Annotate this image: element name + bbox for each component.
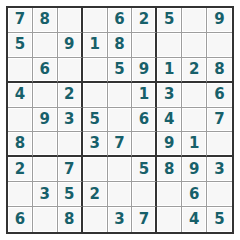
cell-r9c7[interactable]	[157, 207, 182, 232]
cell-r7c4[interactable]	[83, 157, 108, 182]
cell-r8c9[interactable]	[207, 182, 232, 207]
cell-r2c6[interactable]	[132, 33, 157, 58]
cell-r6c1[interactable]: 8	[8, 132, 33, 157]
cell-r4c8[interactable]	[182, 83, 207, 108]
cell-r5c1[interactable]	[8, 108, 33, 133]
cell-r6c2[interactable]	[33, 132, 58, 157]
cell-r3c4[interactable]	[83, 58, 108, 83]
cell-r6c6[interactable]	[132, 132, 157, 157]
cell-r8c8[interactable]: 6	[182, 182, 207, 207]
cell-r3c2[interactable]: 6	[33, 58, 58, 83]
cell-r4c1[interactable]: 4	[8, 83, 33, 108]
cell-r5c6[interactable]: 6	[132, 108, 157, 133]
cell-r7c5[interactable]	[108, 157, 133, 182]
cell-r1c8[interactable]	[182, 8, 207, 33]
cell-r6c3[interactable]	[58, 132, 83, 157]
sudoku-board: 7862595918659128421369356478379127589335…	[6, 6, 234, 234]
cell-r6c7[interactable]: 9	[157, 132, 182, 157]
cell-r5c2[interactable]: 9	[33, 108, 58, 133]
cell-r7c8[interactable]: 9	[182, 157, 207, 182]
cell-r3c9[interactable]: 8	[207, 58, 232, 83]
cell-r9c9[interactable]: 5	[207, 207, 232, 232]
cell-r1c1[interactable]: 7	[8, 8, 33, 33]
cell-r3c3[interactable]	[58, 58, 83, 83]
cell-r8c6[interactable]	[132, 182, 157, 207]
cell-r5c7[interactable]: 4	[157, 108, 182, 133]
cell-r1c5[interactable]: 6	[108, 8, 133, 33]
cell-r6c9[interactable]	[207, 132, 232, 157]
cell-r3c1[interactable]	[8, 58, 33, 83]
cell-r9c2[interactable]	[33, 207, 58, 232]
cell-r1c3[interactable]	[58, 8, 83, 33]
cell-r8c4[interactable]: 2	[83, 182, 108, 207]
cell-r9c6[interactable]: 7	[132, 207, 157, 232]
cell-r6c8[interactable]: 1	[182, 132, 207, 157]
cell-r6c4[interactable]: 3	[83, 132, 108, 157]
cell-r8c7[interactable]	[157, 182, 182, 207]
cell-r2c5[interactable]: 8	[108, 33, 133, 58]
cell-r4c4[interactable]	[83, 83, 108, 108]
cell-r9c5[interactable]: 3	[108, 207, 133, 232]
cell-r2c8[interactable]	[182, 33, 207, 58]
cell-r4c3[interactable]: 2	[58, 83, 83, 108]
cell-r4c9[interactable]: 6	[207, 83, 232, 108]
cell-r8c3[interactable]: 5	[58, 182, 83, 207]
cell-r8c5[interactable]	[108, 182, 133, 207]
cell-r3c5[interactable]: 5	[108, 58, 133, 83]
cell-r5c4[interactable]: 5	[83, 108, 108, 133]
cell-r4c6[interactable]: 1	[132, 83, 157, 108]
cell-r1c7[interactable]: 5	[157, 8, 182, 33]
cell-r2c1[interactable]: 5	[8, 33, 33, 58]
cell-r4c5[interactable]	[108, 83, 133, 108]
cell-r9c8[interactable]: 4	[182, 207, 207, 232]
cell-r1c2[interactable]: 8	[33, 8, 58, 33]
cell-r2c3[interactable]: 9	[58, 33, 83, 58]
cell-r2c7[interactable]	[157, 33, 182, 58]
cell-r7c3[interactable]: 7	[58, 157, 83, 182]
cell-r5c8[interactable]	[182, 108, 207, 133]
cell-r4c7[interactable]: 3	[157, 83, 182, 108]
cell-r5c3[interactable]: 3	[58, 108, 83, 133]
cell-r7c2[interactable]	[33, 157, 58, 182]
cell-r9c4[interactable]	[83, 207, 108, 232]
cell-r1c6[interactable]: 2	[132, 8, 157, 33]
cell-r2c4[interactable]: 1	[83, 33, 108, 58]
cell-r5c5[interactable]	[108, 108, 133, 133]
cell-r2c2[interactable]	[33, 33, 58, 58]
cell-r3c7[interactable]: 1	[157, 58, 182, 83]
cell-r9c1[interactable]: 6	[8, 207, 33, 232]
cell-r3c8[interactable]: 2	[182, 58, 207, 83]
cell-r6c5[interactable]: 7	[108, 132, 133, 157]
cell-r5c9[interactable]: 7	[207, 108, 232, 133]
cell-r1c9[interactable]: 9	[207, 8, 232, 33]
cell-r8c2[interactable]: 3	[33, 182, 58, 207]
cell-r7c7[interactable]: 8	[157, 157, 182, 182]
cell-r1c4[interactable]	[83, 8, 108, 33]
cell-r7c1[interactable]: 2	[8, 157, 33, 182]
cell-r3c6[interactable]: 9	[132, 58, 157, 83]
cell-r7c6[interactable]: 5	[132, 157, 157, 182]
cell-r8c1[interactable]	[8, 182, 33, 207]
cell-r7c9[interactable]: 3	[207, 157, 232, 182]
cell-r2c9[interactable]	[207, 33, 232, 58]
cell-r4c2[interactable]	[33, 83, 58, 108]
cell-r9c3[interactable]: 8	[58, 207, 83, 232]
